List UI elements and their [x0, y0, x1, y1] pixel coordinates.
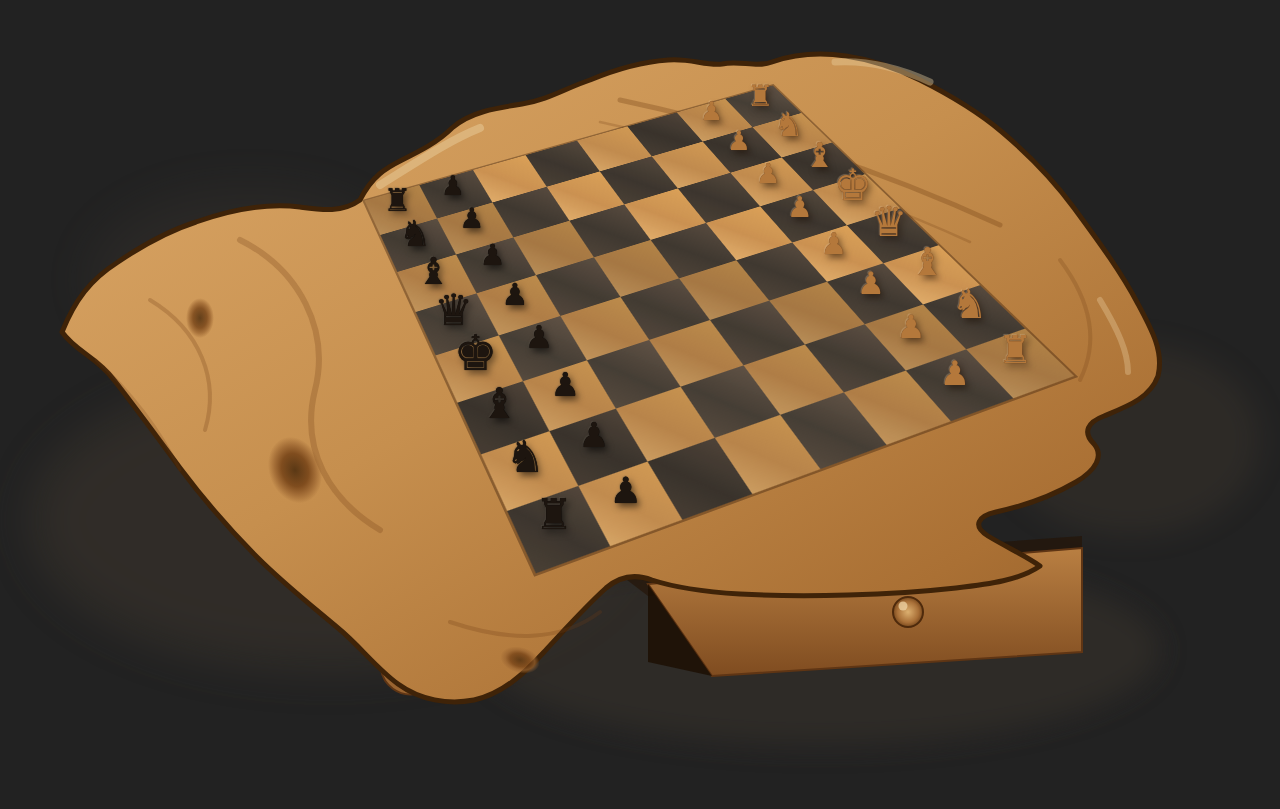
knot	[186, 298, 214, 338]
drawer-knob	[893, 597, 923, 627]
chess-table-photo: ♜♞♝♛♚♝♞♜♟♟♟♟♟♟♟♟♟♟♟♟♟♟♟♟♜♞♝♚♛♝♞♜	[0, 0, 1280, 809]
knob-highlight	[899, 602, 908, 611]
